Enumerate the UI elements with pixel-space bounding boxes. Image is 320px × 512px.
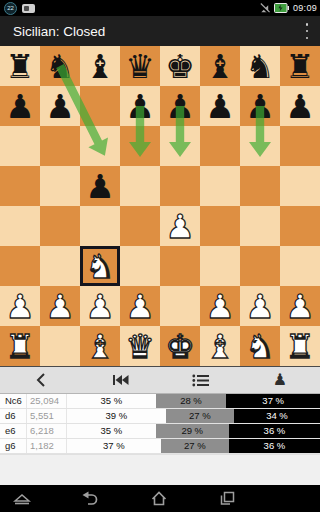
result-bar: 35 %29 %36 % bbox=[67, 424, 320, 438]
draws-segment: 28 % bbox=[156, 394, 227, 408]
move-list-button[interactable] bbox=[160, 367, 240, 393]
square-g1[interactable]: ♞ bbox=[240, 326, 280, 366]
black-wins-segment: 36 % bbox=[229, 439, 320, 453]
content-background bbox=[0, 454, 320, 486]
back-button[interactable] bbox=[0, 367, 80, 393]
square-e7[interactable]: ♟ bbox=[160, 86, 200, 126]
white-knight-c3[interactable]: ♞ bbox=[80, 246, 120, 286]
black-king-e8[interactable]: ♚ bbox=[160, 46, 200, 86]
games-count: 6,218 bbox=[27, 424, 67, 438]
status-bar: 22 09:09 bbox=[0, 0, 320, 16]
black-pawn-b7[interactable]: ♟ bbox=[40, 86, 80, 126]
back-chevron-icon bbox=[35, 372, 46, 388]
white-rook-a1[interactable]: ♜ bbox=[0, 326, 40, 366]
home-icon bbox=[151, 491, 167, 506]
collapse-button[interactable] bbox=[5, 485, 39, 512]
square-a4[interactable] bbox=[0, 206, 40, 246]
square-g4[interactable] bbox=[240, 206, 280, 246]
recents-button[interactable] bbox=[210, 485, 244, 512]
black-rook-a8[interactable]: ♜ bbox=[0, 46, 40, 86]
square-g3[interactable] bbox=[240, 246, 280, 286]
black-pawn-d7[interactable]: ♟ bbox=[120, 86, 160, 126]
move-list-icon bbox=[192, 374, 209, 387]
white-wins-segment: 35 % bbox=[67, 424, 156, 438]
status-right-icons: 09:09 bbox=[259, 3, 320, 14]
draws-segment: 29 % bbox=[156, 424, 229, 438]
square-g6[interactable] bbox=[240, 126, 280, 166]
square-e1[interactable]: ♚ bbox=[160, 326, 200, 366]
square-a2[interactable]: ♟ bbox=[0, 286, 40, 326]
white-wins-segment: 35 % bbox=[67, 394, 156, 408]
square-f4[interactable] bbox=[200, 206, 240, 246]
square-f3[interactable] bbox=[200, 246, 240, 286]
notification-badge-icon: 22 bbox=[4, 2, 17, 15]
square-e8[interactable]: ♚ bbox=[160, 46, 200, 86]
square-a3[interactable] bbox=[0, 246, 40, 286]
white-rook-h1[interactable]: ♜ bbox=[280, 326, 320, 366]
square-c3[interactable]: ♞ bbox=[80, 246, 120, 286]
black-knight-b8[interactable]: ♞ bbox=[40, 46, 80, 86]
back-arrow-icon bbox=[82, 491, 98, 506]
explorer-row-Nc6[interactable]: Nc625,09435 %28 %37 % bbox=[0, 394, 320, 409]
white-pawn-c2[interactable]: ♟ bbox=[80, 286, 120, 326]
square-e6[interactable] bbox=[160, 126, 200, 166]
result-bar: 39 %27 %34 % bbox=[67, 409, 320, 423]
black-bishop-f8[interactable]: ♝ bbox=[200, 46, 240, 86]
square-c4[interactable] bbox=[80, 206, 120, 246]
square-b5[interactable] bbox=[40, 166, 80, 206]
square-a7[interactable]: ♟ bbox=[0, 86, 40, 126]
white-pawn-h2[interactable]: ♟ bbox=[280, 286, 320, 326]
no-signal-icon bbox=[259, 3, 270, 14]
explorer-row-d6[interactable]: d65,55139 %27 %34 % bbox=[0, 409, 320, 424]
result-bar: 35 %28 %37 % bbox=[67, 394, 320, 408]
white-bishop-f1[interactable]: ♝ bbox=[200, 326, 240, 366]
notification-icon bbox=[22, 4, 35, 13]
square-f8[interactable]: ♝ bbox=[200, 46, 240, 86]
square-c7[interactable] bbox=[80, 86, 120, 126]
android-nav-bar bbox=[0, 485, 320, 512]
skip-to-start-button[interactable] bbox=[80, 367, 160, 393]
black-knight-g8[interactable]: ♞ bbox=[240, 46, 280, 86]
pawn-icon: ♟ bbox=[273, 372, 287, 388]
square-c1[interactable]: ♝ bbox=[80, 326, 120, 366]
move-label: g6 bbox=[0, 439, 27, 453]
games-count: 25,094 bbox=[27, 394, 67, 408]
square-b6[interactable] bbox=[40, 126, 80, 166]
page-title: Sicilian: Closed bbox=[0, 24, 105, 39]
title-bar: Sicilian: Closed bbox=[0, 16, 320, 46]
explorer-row-e6[interactable]: e66,21835 %29 %36 % bbox=[0, 424, 320, 439]
white-queen-d1[interactable]: ♛ bbox=[120, 326, 160, 366]
white-wins-segment: 39 % bbox=[67, 409, 166, 423]
square-h4[interactable] bbox=[280, 206, 320, 246]
chess-board: ♜♞♝♛♚♝♞♜♟♟♟♟♟♟♟♟♟♞♟♟♟♟♟♟♟♜♝♛♚♝♞♜ bbox=[0, 46, 320, 366]
black-pawn-g7[interactable]: ♟ bbox=[240, 86, 280, 126]
square-f1[interactable]: ♝ bbox=[200, 326, 240, 366]
white-pawn-d2[interactable]: ♟ bbox=[120, 286, 160, 326]
square-d2[interactable]: ♟ bbox=[120, 286, 160, 326]
move-label: e6 bbox=[0, 424, 27, 438]
explorer-row-g6[interactable]: g61,18237 %27 %36 % bbox=[0, 439, 320, 454]
square-g7[interactable]: ♟ bbox=[240, 86, 280, 126]
square-f2[interactable]: ♟ bbox=[200, 286, 240, 326]
games-count: 5,551 bbox=[27, 409, 67, 423]
collapse-icon bbox=[13, 493, 31, 505]
square-d7[interactable]: ♟ bbox=[120, 86, 160, 126]
square-c8[interactable]: ♝ bbox=[80, 46, 120, 86]
square-e2[interactable] bbox=[160, 286, 200, 326]
black-wins-segment: 36 % bbox=[229, 424, 320, 438]
square-b2[interactable]: ♟ bbox=[40, 286, 80, 326]
square-f5[interactable] bbox=[200, 166, 240, 206]
black-pawn-h7[interactable]: ♟ bbox=[280, 86, 320, 126]
square-h8[interactable]: ♜ bbox=[280, 46, 320, 86]
square-f6[interactable] bbox=[200, 126, 240, 166]
square-e3[interactable] bbox=[160, 246, 200, 286]
skip-to-start-icon bbox=[112, 374, 129, 386]
square-c2[interactable]: ♟ bbox=[80, 286, 120, 326]
black-queen-d8[interactable]: ♛ bbox=[120, 46, 160, 86]
square-d4[interactable] bbox=[120, 206, 160, 246]
square-b4[interactable] bbox=[40, 206, 80, 246]
app-screen: 22 09:09 Sicilian: Closed ♜♞♝♛♚♝♞♜♟♟♟♟♟♟… bbox=[0, 0, 320, 512]
status-time: 09:09 bbox=[293, 3, 317, 13]
home-button[interactable] bbox=[142, 485, 176, 512]
square-h1[interactable]: ♜ bbox=[280, 326, 320, 366]
square-b3[interactable] bbox=[40, 246, 80, 286]
square-b8[interactable]: ♞ bbox=[40, 46, 80, 86]
games-count: 1,182 bbox=[27, 439, 67, 453]
square-e4[interactable]: ♟ bbox=[160, 206, 200, 246]
square-d5[interactable] bbox=[120, 166, 160, 206]
square-d3[interactable] bbox=[120, 246, 160, 286]
square-c6[interactable] bbox=[80, 126, 120, 166]
square-a1[interactable]: ♜ bbox=[0, 326, 40, 366]
white-pawn-b2[interactable]: ♟ bbox=[40, 286, 80, 326]
black-wins-segment: 37 % bbox=[226, 394, 320, 408]
white-bishop-c1[interactable]: ♝ bbox=[80, 326, 120, 366]
black-bishop-c8[interactable]: ♝ bbox=[80, 46, 120, 86]
square-h7[interactable]: ♟ bbox=[280, 86, 320, 126]
square-f7[interactable]: ♟ bbox=[200, 86, 240, 126]
white-pawn-e4[interactable]: ♟ bbox=[160, 206, 200, 246]
explorer-toolbar: ♟ bbox=[0, 366, 320, 394]
pieces-button[interactable]: ♟ bbox=[240, 367, 320, 393]
black-pawn-e7[interactable]: ♟ bbox=[160, 86, 200, 126]
square-g2[interactable]: ♟ bbox=[240, 286, 280, 326]
move-label: d6 bbox=[0, 409, 27, 423]
white-wins-segment: 37 % bbox=[67, 439, 161, 453]
recents-icon bbox=[219, 491, 235, 506]
square-a6[interactable] bbox=[0, 126, 40, 166]
square-h2[interactable]: ♟ bbox=[280, 286, 320, 326]
square-d6[interactable] bbox=[120, 126, 160, 166]
white-pawn-g2[interactable]: ♟ bbox=[240, 286, 280, 326]
square-b1[interactable] bbox=[40, 326, 80, 366]
move-label: Nc6 bbox=[0, 394, 27, 408]
white-king-e1[interactable]: ♚ bbox=[160, 326, 200, 366]
opening-explorer-table: Nc625,09435 %28 %37 %d65,55139 %27 %34 %… bbox=[0, 394, 320, 454]
square-e5[interactable] bbox=[160, 166, 200, 206]
square-b7[interactable]: ♟ bbox=[40, 86, 80, 126]
square-a8[interactable]: ♜ bbox=[0, 46, 40, 86]
square-h5[interactable] bbox=[280, 166, 320, 206]
black-pawn-a7[interactable]: ♟ bbox=[0, 86, 40, 126]
square-d8[interactable]: ♛ bbox=[120, 46, 160, 86]
square-c5[interactable]: ♟ bbox=[80, 166, 120, 206]
draws-segment: 27 % bbox=[161, 439, 229, 453]
overflow-menu-button[interactable] bbox=[303, 23, 311, 39]
square-g8[interactable]: ♞ bbox=[240, 46, 280, 86]
black-rook-h8[interactable]: ♜ bbox=[280, 46, 320, 86]
square-d1[interactable]: ♛ bbox=[120, 326, 160, 366]
white-pawn-a2[interactable]: ♟ bbox=[0, 286, 40, 326]
black-pawn-f7[interactable]: ♟ bbox=[200, 86, 240, 126]
white-pawn-f2[interactable]: ♟ bbox=[200, 286, 240, 326]
status-left-icons: 22 bbox=[0, 2, 35, 15]
black-pawn-c5[interactable]: ♟ bbox=[80, 166, 120, 206]
black-wins-segment: 34 % bbox=[234, 409, 320, 423]
battery-icon bbox=[274, 3, 289, 13]
back-nav-button[interactable] bbox=[73, 485, 107, 512]
square-h3[interactable] bbox=[280, 246, 320, 286]
draws-segment: 27 % bbox=[166, 409, 234, 423]
square-h6[interactable] bbox=[280, 126, 320, 166]
result-bar: 37 %27 %36 % bbox=[67, 439, 320, 453]
square-a5[interactable] bbox=[0, 166, 40, 206]
white-knight-g1[interactable]: ♞ bbox=[240, 326, 280, 366]
square-g5[interactable] bbox=[240, 166, 280, 206]
